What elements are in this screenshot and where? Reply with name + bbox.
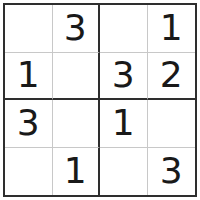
cell-r1c4[interactable]: 1 [148, 5, 196, 53]
cell-r3c2[interactable] [53, 100, 101, 148]
cell-r4c2[interactable]: 1 [53, 148, 101, 196]
cell-r1c1[interactable] [5, 5, 53, 53]
cell-r1c2[interactable]: 3 [53, 5, 101, 53]
cell-r2c2[interactable] [53, 53, 101, 101]
cell-r4c1[interactable] [5, 148, 53, 196]
cell-r2c4[interactable]: 2 [148, 53, 196, 101]
cell-r2c3[interactable]: 3 [100, 53, 148, 101]
cell-r1c3[interactable] [100, 5, 148, 53]
cell-r4c4[interactable]: 3 [148, 148, 196, 196]
cell-r3c3[interactable]: 1 [100, 100, 148, 148]
cell-r2c1[interactable]: 1 [5, 53, 53, 101]
cell-r3c1[interactable]: 3 [5, 100, 53, 148]
sudoku-board: 3 1 1 3 2 3 1 1 3 [3, 3, 197, 197]
cell-r4c3[interactable] [100, 148, 148, 196]
cell-r3c4[interactable] [148, 100, 196, 148]
